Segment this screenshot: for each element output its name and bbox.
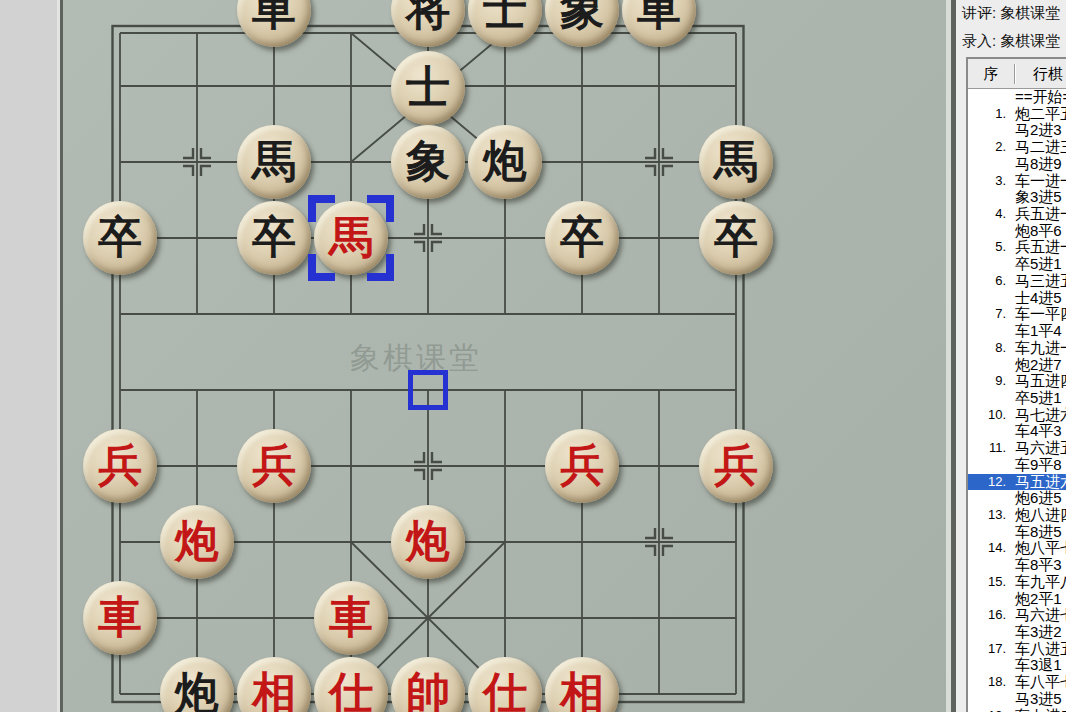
last-move-from-marker <box>408 370 448 410</box>
move-row[interactable]: 炮2进7 <box>968 357 1066 374</box>
piece-象[interactable]: 象 <box>391 125 465 199</box>
piece-炮[interactable]: 炮 <box>160 505 234 579</box>
move-row[interactable]: 7.车一平四 <box>968 306 1066 323</box>
move-row[interactable]: 马3进5 <box>968 691 1066 708</box>
move-row[interactable]: 马8进9 <box>968 156 1066 173</box>
piece-炮[interactable]: 炮 <box>391 505 465 579</box>
point-marker <box>641 524 677 560</box>
point-marker <box>641 144 677 180</box>
point-marker <box>410 448 446 484</box>
move-row[interactable]: 1.炮二平五 <box>968 106 1066 123</box>
move-list-header-seq: 序 <box>968 64 1015 84</box>
move-row[interactable]: 2.马二进三 <box>968 139 1066 156</box>
move-row[interactable]: 炮6进5 <box>968 490 1066 507</box>
app-window: 象棋课堂 車将士象車士馬象炮馬卒卒馬卒卒兵兵兵兵炮炮車車炮相仕帥仕相 讲评: 象… <box>0 0 1066 712</box>
point-marker <box>410 220 446 256</box>
piece-炮[interactable]: 炮 <box>468 125 542 199</box>
piece-兵[interactable]: 兵 <box>83 429 157 503</box>
move-row[interactable]: 16.马六进七 <box>968 607 1066 624</box>
move-row[interactable]: 8.车九进一 <box>968 340 1066 357</box>
piece-士[interactable]: 士 <box>391 51 465 125</box>
move-row[interactable]: 19.车七进二 <box>968 708 1066 712</box>
move-row[interactable]: 象3进5 <box>968 189 1066 206</box>
piece-兵[interactable]: 兵 <box>237 429 311 503</box>
move-row[interactable]: 18.车八平七 <box>968 674 1066 691</box>
piece-車[interactable]: 車 <box>314 581 388 655</box>
move-list-header: 序 行棋 <box>968 59 1066 89</box>
move-row[interactable]: 17.车八进五 <box>968 641 1066 658</box>
move-row[interactable]: 5.兵五进一 <box>968 239 1066 256</box>
move-row-current[interactable]: 12.马五进六 <box>968 474 1066 491</box>
move-row[interactable]: 炮2平1 <box>968 591 1066 608</box>
move-row[interactable]: 车8进5 <box>968 524 1066 541</box>
piece-馬[interactable]: 馬 <box>699 125 773 199</box>
selected-piece-marker <box>308 195 394 281</box>
piece-馬[interactable]: 馬 <box>237 125 311 199</box>
move-row[interactable]: 4.兵五进一 <box>968 206 1066 223</box>
piece-卒[interactable]: 卒 <box>699 201 773 275</box>
move-list-body: ==开始==1.炮二平五马2进32.马二进三马8进93.车一进一象3进54.兵五… <box>968 89 1066 712</box>
move-row[interactable]: 14.炮八平七 <box>968 540 1066 557</box>
point-marker <box>179 144 215 180</box>
move-row[interactable]: 9.马五进四 <box>968 373 1066 390</box>
piece-卒[interactable]: 卒 <box>83 201 157 275</box>
move-list: 序 行棋 ==开始==1.炮二平五马2进32.马二进三马8进93.车一进一象3进… <box>966 57 1066 712</box>
move-row[interactable]: 卒5进1 <box>968 390 1066 407</box>
move-row[interactable]: 车4平3 <box>968 423 1066 440</box>
move-row[interactable]: 6.马三进五 <box>968 273 1066 290</box>
move-row[interactable]: 车8平3 <box>968 557 1066 574</box>
move-row[interactable]: 士4进5 <box>968 290 1066 307</box>
piece-兵[interactable]: 兵 <box>545 429 619 503</box>
move-row[interactable]: 10.马七进六 <box>968 407 1066 424</box>
recorder-label: 录入: 象棋课堂 <box>962 32 1060 51</box>
move-row[interactable]: 炮8平6 <box>968 223 1066 240</box>
board-left-edge <box>60 0 63 712</box>
move-row[interactable]: 车1平4 <box>968 323 1066 340</box>
piece-卒[interactable]: 卒 <box>545 201 619 275</box>
move-row[interactable]: 卒5进1 <box>968 256 1066 273</box>
move-row[interactable]: ==开始== <box>968 89 1066 106</box>
commentator-label: 讲评: 象棋课堂 <box>962 4 1060 23</box>
piece-兵[interactable]: 兵 <box>699 429 773 503</box>
move-list-header-move: 行棋 <box>1015 64 1063 84</box>
move-row[interactable]: 车3退1 <box>968 657 1066 674</box>
move-record-panel: 讲评: 象棋课堂 录入: 象棋课堂 序 行棋 ==开始==1.炮二平五马2进32… <box>956 0 1066 712</box>
move-row[interactable]: 13.炮八进四 <box>968 507 1066 524</box>
move-row[interactable]: 车3进2 <box>968 624 1066 641</box>
piece-卒[interactable]: 卒 <box>237 201 311 275</box>
board-grid <box>0 0 1066 712</box>
move-row[interactable]: 车9平8 <box>968 457 1066 474</box>
move-row[interactable]: 15.车九平八 <box>968 574 1066 591</box>
piece-車[interactable]: 車 <box>83 581 157 655</box>
move-row[interactable]: 3.车一进一 <box>968 173 1066 190</box>
move-row[interactable]: 马2进3 <box>968 122 1066 139</box>
move-row[interactable]: 11.马六进五 <box>968 440 1066 457</box>
left-margin <box>0 0 57 712</box>
